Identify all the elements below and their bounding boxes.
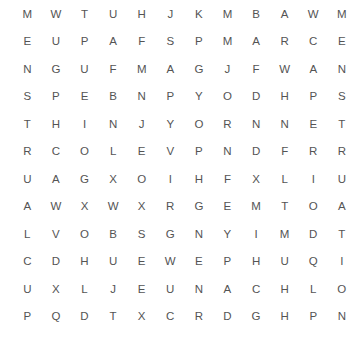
- grid-cell[interactable]: S: [127, 220, 156, 248]
- grid-cell[interactable]: U: [70, 55, 99, 83]
- grid-cell[interactable]: A: [13, 193, 42, 221]
- grid-cell[interactable]: A: [328, 193, 357, 221]
- grid-cell[interactable]: Y: [213, 220, 242, 248]
- grid-cell[interactable]: T: [328, 220, 357, 248]
- grid-cell[interactable]: E: [127, 138, 156, 166]
- grid-cell[interactable]: M: [213, 28, 242, 56]
- grid-cell[interactable]: T: [13, 110, 42, 138]
- grid-cell[interactable]: H: [127, 0, 156, 28]
- grid-cell[interactable]: D: [299, 220, 328, 248]
- grid-cell[interactable]: M: [328, 0, 357, 28]
- grid-cell[interactable]: H: [242, 248, 271, 276]
- grid-cell[interactable]: M: [13, 0, 42, 28]
- grid-cell[interactable]: E: [13, 28, 42, 56]
- grid-cell[interactable]: W: [299, 0, 328, 28]
- grid-cell[interactable]: O: [70, 220, 99, 248]
- grid-cell[interactable]: V: [42, 220, 71, 248]
- grid-cell[interactable]: S: [156, 28, 185, 56]
- grid-cell[interactable]: H: [42, 110, 71, 138]
- grid-cell[interactable]: F: [213, 165, 242, 193]
- grid-cell[interactable]: F: [242, 55, 271, 83]
- grid-cell[interactable]: G: [156, 220, 185, 248]
- grid-cell[interactable]: H: [185, 165, 214, 193]
- grid-cell[interactable]: E: [185, 248, 214, 276]
- grid-cell[interactable]: D: [242, 138, 271, 166]
- grid-cell[interactable]: B: [99, 220, 128, 248]
- grid-cell[interactable]: U: [328, 165, 357, 193]
- grid-cell[interactable]: W: [270, 55, 299, 83]
- grid-cell[interactable]: S: [328, 83, 357, 111]
- grid-cell[interactable]: R: [213, 110, 242, 138]
- grid-cell[interactable]: D: [70, 303, 99, 331]
- grid-cell[interactable]: N: [270, 110, 299, 138]
- grid-cell[interactable]: N: [242, 110, 271, 138]
- grid-cell[interactable]: E: [70, 83, 99, 111]
- grid-cell[interactable]: J: [99, 275, 128, 303]
- grid-cell[interactable]: G: [42, 55, 71, 83]
- grid-cell[interactable]: L: [13, 220, 42, 248]
- grid-cell[interactable]: D: [213, 303, 242, 331]
- grid-cell[interactable]: U: [42, 28, 71, 56]
- grid-cell[interactable]: C: [42, 138, 71, 166]
- grid-cell[interactable]: N: [185, 220, 214, 248]
- grid-cell[interactable]: J: [156, 0, 185, 28]
- grid-cell[interactable]: P: [13, 303, 42, 331]
- grid-cell[interactable]: E: [127, 248, 156, 276]
- grid-cell[interactable]: Q: [42, 303, 71, 331]
- grid-cell[interactable]: M: [213, 0, 242, 28]
- grid-cell[interactable]: X: [99, 165, 128, 193]
- grid-cell[interactable]: X: [127, 193, 156, 221]
- grid-cell[interactable]: X: [70, 193, 99, 221]
- grid-cell[interactable]: A: [213, 275, 242, 303]
- grid-cell[interactable]: U: [99, 0, 128, 28]
- grid-cell[interactable]: V: [156, 138, 185, 166]
- grid-cell[interactable]: W: [42, 193, 71, 221]
- grid-cell[interactable]: N: [213, 138, 242, 166]
- grid-cell[interactable]: R: [299, 138, 328, 166]
- grid-cell[interactable]: R: [13, 138, 42, 166]
- grid-cell[interactable]: A: [299, 55, 328, 83]
- grid-cell[interactable]: N: [127, 83, 156, 111]
- grid-cell[interactable]: N: [185, 275, 214, 303]
- grid-cell[interactable]: C: [299, 28, 328, 56]
- grid-cell[interactable]: O: [185, 110, 214, 138]
- grid-cell[interactable]: E: [213, 193, 242, 221]
- grid-cell[interactable]: I: [156, 165, 185, 193]
- grid-cell[interactable]: A: [42, 165, 71, 193]
- grid-cell[interactable]: R: [185, 303, 214, 331]
- grid-cell[interactable]: P: [299, 303, 328, 331]
- grid-cell[interactable]: T: [99, 303, 128, 331]
- grid-cell[interactable]: G: [185, 55, 214, 83]
- grid-cell[interactable]: B: [99, 83, 128, 111]
- grid-cell[interactable]: A: [270, 0, 299, 28]
- grid-cell[interactable]: G: [70, 165, 99, 193]
- grid-cell[interactable]: T: [70, 0, 99, 28]
- grid-cell[interactable]: P: [42, 83, 71, 111]
- grid-cell[interactable]: O: [299, 193, 328, 221]
- grid-cell[interactable]: X: [127, 303, 156, 331]
- grid-cell[interactable]: F: [99, 55, 128, 83]
- grid-cell[interactable]: D: [242, 83, 271, 111]
- grid-cell[interactable]: A: [156, 55, 185, 83]
- grid-cell[interactable]: I: [299, 165, 328, 193]
- grid-cell[interactable]: P: [185, 28, 214, 56]
- grid-cell[interactable]: M: [270, 220, 299, 248]
- grid-cell[interactable]: Q: [299, 248, 328, 276]
- grid-cell[interactable]: P: [185, 138, 214, 166]
- grid-cell[interactable]: J: [213, 55, 242, 83]
- grid-cell[interactable]: M: [242, 193, 271, 221]
- grid-cell[interactable]: E: [127, 275, 156, 303]
- grid-cell[interactable]: R: [328, 138, 357, 166]
- grid-cell[interactable]: O: [127, 165, 156, 193]
- grid-cell[interactable]: R: [156, 193, 185, 221]
- grid-cell[interactable]: I: [328, 248, 357, 276]
- grid-cell[interactable]: J: [127, 110, 156, 138]
- grid-cell[interactable]: C: [242, 275, 271, 303]
- grid-cell[interactable]: P: [299, 83, 328, 111]
- grid-cell[interactable]: X: [42, 275, 71, 303]
- grid-cell[interactable]: Y: [185, 83, 214, 111]
- grid-cell[interactable]: M: [127, 55, 156, 83]
- grid-cell[interactable]: U: [13, 275, 42, 303]
- grid-cell[interactable]: L: [99, 138, 128, 166]
- grid-cell[interactable]: W: [156, 248, 185, 276]
- grid-cell[interactable]: L: [299, 275, 328, 303]
- grid-cell[interactable]: F: [270, 138, 299, 166]
- grid-cell[interactable]: C: [156, 303, 185, 331]
- grid-cell[interactable]: E: [328, 28, 357, 56]
- grid-cell[interactable]: R: [270, 28, 299, 56]
- grid-cell[interactable]: N: [99, 110, 128, 138]
- grid-cell[interactable]: O: [213, 83, 242, 111]
- grid-cell[interactable]: O: [70, 138, 99, 166]
- grid-cell[interactable]: A: [99, 28, 128, 56]
- grid-cell[interactable]: L: [70, 275, 99, 303]
- grid-cell[interactable]: X: [242, 165, 271, 193]
- grid-cell[interactable]: P: [156, 83, 185, 111]
- grid-cell[interactable]: S: [13, 83, 42, 111]
- grid-cell[interactable]: I: [70, 110, 99, 138]
- grid-cell[interactable]: T: [328, 110, 357, 138]
- grid-cell[interactable]: P: [213, 248, 242, 276]
- grid-cell[interactable]: F: [127, 28, 156, 56]
- grid-cell[interactable]: P: [70, 28, 99, 56]
- grid-cell[interactable]: W: [99, 193, 128, 221]
- grid-cell[interactable]: L: [270, 165, 299, 193]
- grid-cell[interactable]: N: [328, 303, 357, 331]
- grid-cell[interactable]: U: [13, 165, 42, 193]
- grid-cell[interactable]: H: [270, 303, 299, 331]
- grid-cell[interactable]: U: [270, 248, 299, 276]
- grid-cell[interactable]: U: [99, 248, 128, 276]
- grid-cell[interactable]: O: [328, 275, 357, 303]
- word-search-grid: MWTUHJKMBAWMEUPAFSPMARCENGUFMAGJFWANSPEB…: [0, 0, 364, 330]
- grid-cell[interactable]: Y: [156, 110, 185, 138]
- grid-cell[interactable]: N: [328, 55, 357, 83]
- grid-cell[interactable]: G: [242, 303, 271, 331]
- grid-cell[interactable]: K: [185, 0, 214, 28]
- grid-cell[interactable]: H: [270, 83, 299, 111]
- grid-cell[interactable]: D: [42, 248, 71, 276]
- grid-cell[interactable]: T: [270, 193, 299, 221]
- grid-cell[interactable]: U: [156, 275, 185, 303]
- grid-cell[interactable]: H: [70, 248, 99, 276]
- grid-cell[interactable]: I: [242, 220, 271, 248]
- grid-cell[interactable]: H: [270, 275, 299, 303]
- grid-cell[interactable]: E: [299, 110, 328, 138]
- grid-cell[interactable]: W: [42, 0, 71, 28]
- grid-cell[interactable]: N: [13, 55, 42, 83]
- grid-cell[interactable]: C: [13, 248, 42, 276]
- grid-cell[interactable]: A: [242, 28, 271, 56]
- grid-cell[interactable]: B: [242, 0, 271, 28]
- grid-cell[interactable]: G: [185, 193, 214, 221]
